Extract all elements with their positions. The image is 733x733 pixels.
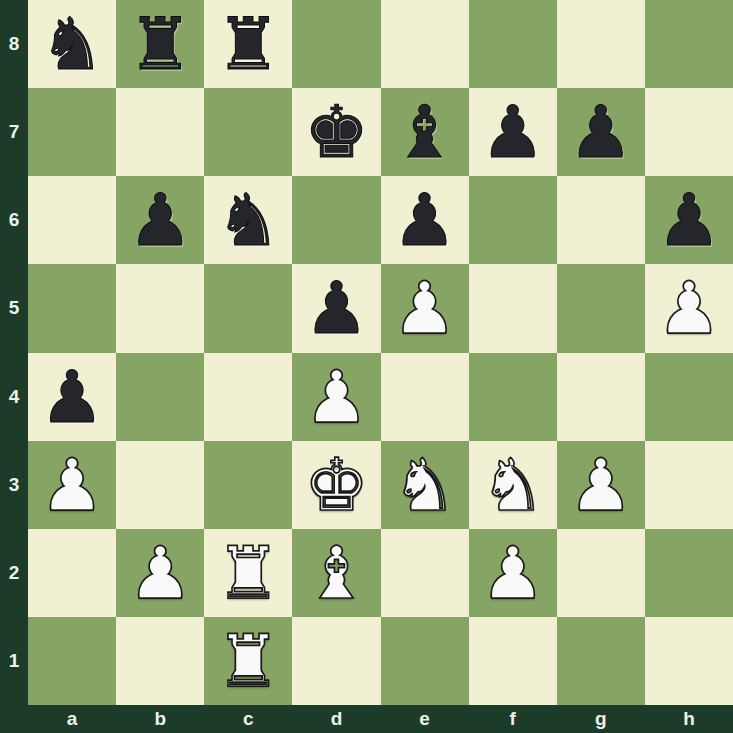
square-f8[interactable] <box>469 0 557 88</box>
square-b3[interactable] <box>116 441 204 529</box>
square-g3[interactable]: ♟ <box>557 441 645 529</box>
square-c1[interactable]: ♜ <box>204 617 292 705</box>
square-e7[interactable]: ♝ <box>381 88 469 176</box>
piece-black-pawn: ♟ <box>304 264 369 352</box>
piece-white-pawn: ♟ <box>304 353 369 441</box>
piece-black-rook: ♜ <box>216 0 281 88</box>
square-b5[interactable] <box>116 264 204 352</box>
square-b4[interactable] <box>116 353 204 441</box>
square-a1[interactable] <box>28 617 116 705</box>
square-f3[interactable]: ♞ <box>469 441 557 529</box>
piece-white-pawn: ♟ <box>392 264 457 352</box>
rank-label-6: 6 <box>0 176 28 264</box>
file-label-d: d <box>292 705 380 733</box>
square-g8[interactable] <box>557 0 645 88</box>
square-a5[interactable] <box>28 264 116 352</box>
piece-white-rook: ♜ <box>216 617 281 705</box>
piece-white-pawn: ♟ <box>480 529 545 617</box>
square-h8[interactable] <box>645 0 733 88</box>
piece-white-bishop: ♝ <box>304 529 369 617</box>
square-e2[interactable] <box>381 529 469 617</box>
square-f7[interactable]: ♟ <box>469 88 557 176</box>
square-g7[interactable]: ♟ <box>557 88 645 176</box>
rank-label-5: 5 <box>0 264 28 352</box>
square-b6[interactable]: ♟ <box>116 176 204 264</box>
file-label-c: c <box>204 705 292 733</box>
square-a3[interactable]: ♟ <box>28 441 116 529</box>
piece-black-pawn: ♟ <box>657 176 722 264</box>
square-f6[interactable] <box>469 176 557 264</box>
piece-white-king: ♚ <box>304 441 369 529</box>
piece-black-pawn: ♟ <box>40 353 105 441</box>
square-b8[interactable]: ♜ <box>116 0 204 88</box>
square-f5[interactable] <box>469 264 557 352</box>
square-e6[interactable]: ♟ <box>381 176 469 264</box>
piece-white-knight: ♞ <box>480 441 545 529</box>
file-label-e: e <box>381 705 469 733</box>
square-c2[interactable]: ♜ <box>204 529 292 617</box>
square-d7[interactable]: ♚ <box>292 88 380 176</box>
square-a6[interactable] <box>28 176 116 264</box>
square-e1[interactable] <box>381 617 469 705</box>
square-h1[interactable] <box>645 617 733 705</box>
square-c5[interactable] <box>204 264 292 352</box>
square-h6[interactable]: ♟ <box>645 176 733 264</box>
piece-black-pawn: ♟ <box>128 176 193 264</box>
square-e3[interactable]: ♞ <box>381 441 469 529</box>
piece-white-pawn: ♟ <box>40 441 105 529</box>
square-h4[interactable] <box>645 353 733 441</box>
square-h5[interactable]: ♟ <box>645 264 733 352</box>
square-d8[interactable] <box>292 0 380 88</box>
piece-white-knight: ♞ <box>392 441 457 529</box>
square-b7[interactable] <box>116 88 204 176</box>
square-c8[interactable]: ♜ <box>204 0 292 88</box>
square-h3[interactable] <box>645 441 733 529</box>
square-a2[interactable] <box>28 529 116 617</box>
file-label-g: g <box>557 705 645 733</box>
rank-label-8: 8 <box>0 0 28 88</box>
rank-label-7: 7 <box>0 88 28 176</box>
square-g2[interactable] <box>557 529 645 617</box>
square-c6[interactable]: ♞ <box>204 176 292 264</box>
square-f1[interactable] <box>469 617 557 705</box>
square-d4[interactable]: ♟ <box>292 353 380 441</box>
square-c4[interactable] <box>204 353 292 441</box>
piece-black-knight: ♞ <box>216 176 281 264</box>
piece-black-pawn: ♟ <box>569 88 634 176</box>
square-d3[interactable]: ♚ <box>292 441 380 529</box>
piece-black-pawn: ♟ <box>392 176 457 264</box>
file-label-a: a <box>28 705 116 733</box>
file-label-b: b <box>116 705 204 733</box>
square-c3[interactable] <box>204 441 292 529</box>
board-corner <box>0 705 28 733</box>
square-e5[interactable]: ♟ <box>381 264 469 352</box>
piece-white-rook: ♜ <box>216 529 281 617</box>
square-d6[interactable] <box>292 176 380 264</box>
rank-label-3: 3 <box>0 441 28 529</box>
piece-black-pawn: ♟ <box>480 88 545 176</box>
square-g1[interactable] <box>557 617 645 705</box>
square-d2[interactable]: ♝ <box>292 529 380 617</box>
square-a8[interactable]: ♞ <box>28 0 116 88</box>
file-label-h: h <box>645 705 733 733</box>
piece-white-pawn: ♟ <box>128 529 193 617</box>
square-a7[interactable] <box>28 88 116 176</box>
square-c7[interactable] <box>204 88 292 176</box>
square-h2[interactable] <box>645 529 733 617</box>
square-e8[interactable] <box>381 0 469 88</box>
square-d5[interactable]: ♟ <box>292 264 380 352</box>
square-f4[interactable] <box>469 353 557 441</box>
rank-label-1: 1 <box>0 617 28 705</box>
file-label-f: f <box>469 705 557 733</box>
piece-black-rook: ♜ <box>128 0 193 88</box>
piece-black-king: ♚ <box>304 88 369 176</box>
square-h7[interactable] <box>645 88 733 176</box>
square-e4[interactable] <box>381 353 469 441</box>
rank-label-4: 4 <box>0 353 28 441</box>
square-b2[interactable]: ♟ <box>116 529 204 617</box>
square-a4[interactable]: ♟ <box>28 353 116 441</box>
square-g6[interactable] <box>557 176 645 264</box>
piece-black-knight: ♞ <box>40 0 105 88</box>
square-b1[interactable] <box>116 617 204 705</box>
square-g5[interactable] <box>557 264 645 352</box>
rank-label-2: 2 <box>0 529 28 617</box>
square-g4[interactable] <box>557 353 645 441</box>
chess-board: 8♞♜♜7♚♝♟♟6♟♞♟♟5♟♟♟4♟♟3♟♚♞♞♟2♟♜♝♟1♜abcdef… <box>0 0 733 733</box>
piece-white-pawn: ♟ <box>657 264 722 352</box>
square-f2[interactable]: ♟ <box>469 529 557 617</box>
square-d1[interactable] <box>292 617 380 705</box>
piece-black-bishop: ♝ <box>392 88 457 176</box>
piece-white-pawn: ♟ <box>569 441 634 529</box>
